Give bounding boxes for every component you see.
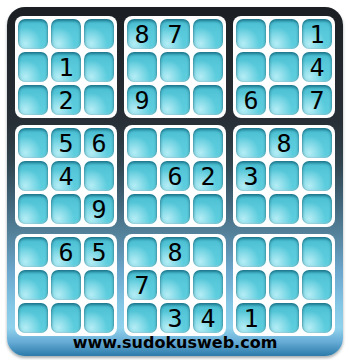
cell-r6-c5[interactable] xyxy=(160,194,190,224)
cell-r4-c4[interactable] xyxy=(127,128,157,158)
cell-r1-c2[interactable] xyxy=(51,19,81,49)
box-9: 1 xyxy=(233,234,335,336)
cell-r3-c7[interactable]: 6 xyxy=(236,85,266,115)
cell-r1-c8[interactable] xyxy=(269,19,299,49)
cell-r8-c2[interactable] xyxy=(51,270,81,300)
cell-r4-c2[interactable]: 5 xyxy=(51,128,81,158)
box-8: 8734 xyxy=(124,234,226,336)
website-footer: www.sudokusweb.com xyxy=(7,334,343,352)
cell-r2-c3[interactable] xyxy=(84,52,114,82)
sudoku-board: 12 879 1467 5649 62 83 65 8734 1 xyxy=(15,16,335,336)
cell-r8-c6[interactable] xyxy=(193,270,223,300)
cell-r5-c3[interactable] xyxy=(84,161,114,191)
cell-r9-c7[interactable]: 1 xyxy=(236,303,266,333)
cell-r5-c2[interactable]: 4 xyxy=(51,161,81,191)
box-1: 12 xyxy=(15,16,117,118)
box-5: 62 xyxy=(124,125,226,227)
box-4: 5649 xyxy=(15,125,117,227)
cell-r5-c4[interactable] xyxy=(127,161,157,191)
cell-r7-c4[interactable] xyxy=(127,237,157,267)
cell-r4-c5[interactable] xyxy=(160,128,190,158)
cell-r1-c4[interactable]: 8 xyxy=(127,19,157,49)
cell-r7-c6[interactable] xyxy=(193,237,223,267)
cell-r1-c7[interactable] xyxy=(236,19,266,49)
cell-r2-c6[interactable] xyxy=(193,52,223,82)
cell-r5-c5[interactable]: 6 xyxy=(160,161,190,191)
cell-r9-c9[interactable] xyxy=(302,303,332,333)
cell-r9-c6[interactable]: 4 xyxy=(193,303,223,333)
cell-r6-c3[interactable]: 9 xyxy=(84,194,114,224)
cell-r7-c5[interactable]: 8 xyxy=(160,237,190,267)
cell-r6-c1[interactable] xyxy=(18,194,48,224)
cell-r3-c8[interactable] xyxy=(269,85,299,115)
cell-r9-c3[interactable] xyxy=(84,303,114,333)
cell-r9-c8[interactable] xyxy=(269,303,299,333)
cell-r5-c8[interactable] xyxy=(269,161,299,191)
box-7: 65 xyxy=(15,234,117,336)
cell-r6-c7[interactable] xyxy=(236,194,266,224)
box-2: 879 xyxy=(124,16,226,118)
cell-r2-c9[interactable]: 4 xyxy=(302,52,332,82)
cell-r4-c8[interactable]: 8 xyxy=(269,128,299,158)
cell-r9-c2[interactable] xyxy=(51,303,81,333)
cell-r3-c3[interactable] xyxy=(84,85,114,115)
cell-r8-c7[interactable] xyxy=(236,270,266,300)
cell-r4-c9[interactable] xyxy=(302,128,332,158)
cell-r1-c9[interactable]: 1 xyxy=(302,19,332,49)
cell-r7-c1[interactable] xyxy=(18,237,48,267)
cell-r3-c6[interactable] xyxy=(193,85,223,115)
cell-r7-c7[interactable] xyxy=(236,237,266,267)
cell-r2-c2[interactable]: 1 xyxy=(51,52,81,82)
cell-r4-c6[interactable] xyxy=(193,128,223,158)
cell-r2-c7[interactable] xyxy=(236,52,266,82)
cell-r1-c6[interactable] xyxy=(193,19,223,49)
board-frame: 12 879 1467 5649 62 83 65 8734 1 www.sud… xyxy=(7,7,343,356)
cell-r3-c9[interactable]: 7 xyxy=(302,85,332,115)
cell-r8-c5[interactable] xyxy=(160,270,190,300)
cell-r7-c9[interactable] xyxy=(302,237,332,267)
cell-r6-c9[interactable] xyxy=(302,194,332,224)
cell-r1-c1[interactable] xyxy=(18,19,48,49)
cell-r4-c7[interactable] xyxy=(236,128,266,158)
cell-r2-c4[interactable] xyxy=(127,52,157,82)
cell-r8-c9[interactable] xyxy=(302,270,332,300)
cell-r5-c7[interactable]: 3 xyxy=(236,161,266,191)
cell-r4-c3[interactable]: 6 xyxy=(84,128,114,158)
cell-r9-c5[interactable]: 3 xyxy=(160,303,190,333)
cell-r9-c4[interactable] xyxy=(127,303,157,333)
cell-r2-c1[interactable] xyxy=(18,52,48,82)
cell-r9-c1[interactable] xyxy=(18,303,48,333)
cell-r7-c2[interactable]: 6 xyxy=(51,237,81,267)
cell-r7-c8[interactable] xyxy=(269,237,299,267)
cell-r2-c5[interactable] xyxy=(160,52,190,82)
cell-r2-c8[interactable] xyxy=(269,52,299,82)
cell-r3-c4[interactable]: 9 xyxy=(127,85,157,115)
cell-r4-c1[interactable] xyxy=(18,128,48,158)
cell-r8-c1[interactable] xyxy=(18,270,48,300)
cell-r5-c1[interactable] xyxy=(18,161,48,191)
cell-r8-c3[interactable] xyxy=(84,270,114,300)
cell-r7-c3[interactable]: 5 xyxy=(84,237,114,267)
cell-r1-c5[interactable]: 7 xyxy=(160,19,190,49)
cell-r3-c2[interactable]: 2 xyxy=(51,85,81,115)
cell-r6-c2[interactable] xyxy=(51,194,81,224)
cell-r6-c6[interactable] xyxy=(193,194,223,224)
cell-r1-c3[interactable] xyxy=(84,19,114,49)
cell-r3-c1[interactable] xyxy=(18,85,48,115)
cell-r8-c8[interactable] xyxy=(269,270,299,300)
cell-r3-c5[interactable] xyxy=(160,85,190,115)
website-url: www.sudokusweb.com xyxy=(73,333,278,352)
box-6: 83 xyxy=(233,125,335,227)
cell-r5-c9[interactable] xyxy=(302,161,332,191)
cell-r6-c8[interactable] xyxy=(269,194,299,224)
cell-r6-c4[interactable] xyxy=(127,194,157,224)
box-3: 1467 xyxy=(233,16,335,118)
cell-r5-c6[interactable]: 2 xyxy=(193,161,223,191)
cell-r8-c4[interactable]: 7 xyxy=(127,270,157,300)
sudoku-page: 12 879 1467 5649 62 83 65 8734 1 www.sud… xyxy=(0,0,350,360)
